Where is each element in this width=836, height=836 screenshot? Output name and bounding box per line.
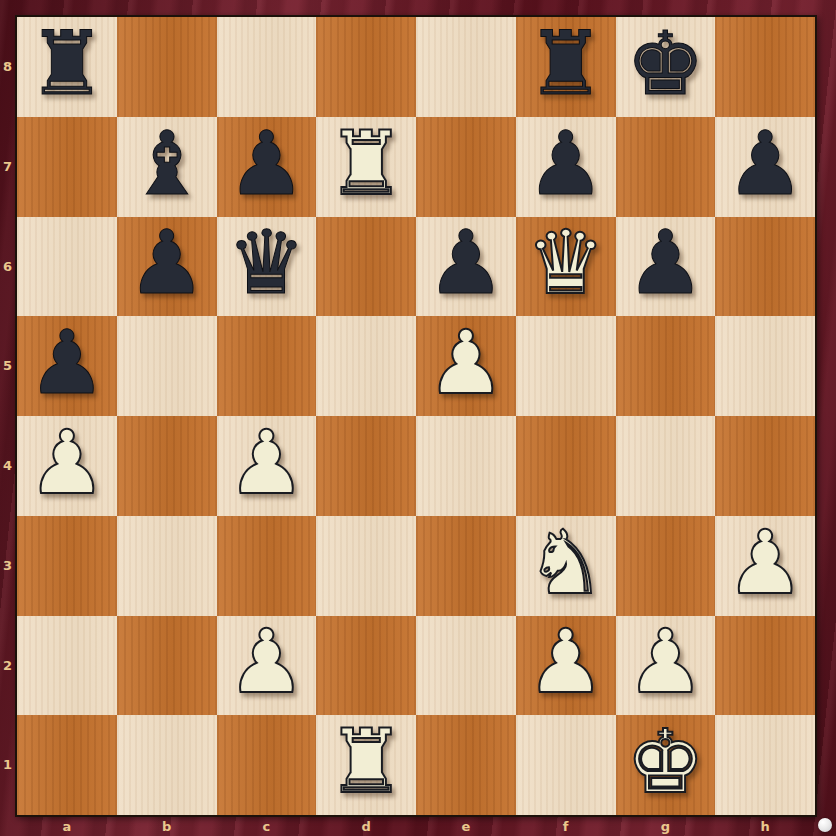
- black-bishop[interactable]: ♝: [127, 120, 206, 208]
- rank-label-1: 1: [0, 715, 15, 815]
- square-c3[interactable]: [217, 516, 317, 616]
- square-h1[interactable]: [715, 715, 815, 815]
- square-e7[interactable]: [416, 117, 516, 217]
- white-pawn[interactable]: ♟: [726, 519, 805, 607]
- black-pawn[interactable]: ♟: [27, 319, 106, 407]
- square-f1[interactable]: [516, 715, 616, 815]
- white-pawn[interactable]: ♟: [526, 618, 605, 706]
- square-g2[interactable]: ♟: [616, 616, 716, 716]
- square-a2[interactable]: [17, 616, 117, 716]
- square-d8[interactable]: [316, 17, 416, 117]
- square-c1[interactable]: [217, 715, 317, 815]
- white-pawn[interactable]: ♟: [227, 618, 306, 706]
- black-king[interactable]: ♚: [626, 20, 705, 108]
- square-g4[interactable]: [616, 416, 716, 516]
- square-a5[interactable]: ♟: [17, 316, 117, 416]
- square-b3[interactable]: [117, 516, 217, 616]
- file-label-c: c: [217, 817, 317, 836]
- square-f3[interactable]: ♞: [516, 516, 616, 616]
- square-f4[interactable]: [516, 416, 616, 516]
- square-a7[interactable]: [17, 117, 117, 217]
- white-king[interactable]: ♚: [626, 718, 705, 806]
- square-c4[interactable]: ♟: [217, 416, 317, 516]
- square-g1[interactable]: ♚: [616, 715, 716, 815]
- rank-label-2: 2: [0, 616, 15, 716]
- black-queen[interactable]: ♛: [227, 219, 306, 307]
- square-e3[interactable]: [416, 516, 516, 616]
- white-rook[interactable]: ♜: [327, 718, 406, 806]
- black-pawn[interactable]: ♟: [626, 219, 705, 307]
- rank-label-6: 6: [0, 217, 15, 317]
- square-c7[interactable]: ♟: [217, 117, 317, 217]
- square-c5[interactable]: [217, 316, 317, 416]
- square-h8[interactable]: [715, 17, 815, 117]
- square-b7[interactable]: ♝: [117, 117, 217, 217]
- square-g6[interactable]: ♟: [616, 217, 716, 317]
- square-h7[interactable]: ♟: [715, 117, 815, 217]
- square-g3[interactable]: [616, 516, 716, 616]
- square-b8[interactable]: [117, 17, 217, 117]
- square-a1[interactable]: [17, 715, 117, 815]
- square-e5[interactable]: ♟: [416, 316, 516, 416]
- file-label-h: h: [715, 817, 815, 836]
- black-rook[interactable]: ♜: [27, 20, 106, 108]
- square-f5[interactable]: [516, 316, 616, 416]
- square-d2[interactable]: [316, 616, 416, 716]
- file-label-a: a: [17, 817, 117, 836]
- square-b2[interactable]: [117, 616, 217, 716]
- rank-label-3: 3: [0, 516, 15, 616]
- chess-board[interactable]: ♜♜♚♝♟♜♟♟♟♛♟♛♟♟♟♟♟♞♟♟♟♟♜♚: [15, 15, 817, 817]
- rank-label-8: 8: [0, 17, 15, 117]
- white-pawn[interactable]: ♟: [626, 618, 705, 706]
- square-e2[interactable]: [416, 616, 516, 716]
- black-rook[interactable]: ♜: [526, 20, 605, 108]
- white-pawn[interactable]: ♟: [426, 319, 505, 407]
- square-f8[interactable]: ♜: [516, 17, 616, 117]
- square-a6[interactable]: [17, 217, 117, 317]
- black-pawn[interactable]: ♟: [127, 219, 206, 307]
- square-h2[interactable]: [715, 616, 815, 716]
- square-a3[interactable]: [17, 516, 117, 616]
- rank-label-4: 4: [0, 416, 15, 516]
- file-label-e: e: [416, 817, 516, 836]
- square-f6[interactable]: ♛: [516, 217, 616, 317]
- square-a4[interactable]: ♟: [17, 416, 117, 516]
- square-h4[interactable]: [715, 416, 815, 516]
- square-g8[interactable]: ♚: [616, 17, 716, 117]
- square-f2[interactable]: ♟: [516, 616, 616, 716]
- black-pawn[interactable]: ♟: [426, 219, 505, 307]
- square-c8[interactable]: [217, 17, 317, 117]
- white-rook[interactable]: ♜: [327, 120, 406, 208]
- square-d7[interactable]: ♜: [316, 117, 416, 217]
- square-b4[interactable]: [117, 416, 217, 516]
- black-pawn[interactable]: ♟: [227, 120, 306, 208]
- square-f7[interactable]: ♟: [516, 117, 616, 217]
- file-label-d: d: [316, 817, 416, 836]
- square-h3[interactable]: ♟: [715, 516, 815, 616]
- file-label-b: b: [117, 817, 217, 836]
- black-pawn[interactable]: ♟: [726, 120, 805, 208]
- rank-label-5: 5: [0, 316, 15, 416]
- square-g7[interactable]: [616, 117, 716, 217]
- file-label-g: g: [616, 817, 716, 836]
- board-frame: ♜♜♚♝♟♜♟♟♟♛♟♛♟♟♟♟♟♞♟♟♟♟♜♚ 87654321 abcdef…: [0, 0, 836, 836]
- square-b1[interactable]: [117, 715, 217, 815]
- file-label-f: f: [516, 817, 616, 836]
- square-b5[interactable]: [117, 316, 217, 416]
- square-e6[interactable]: ♟: [416, 217, 516, 317]
- white-queen[interactable]: ♛: [526, 219, 605, 307]
- square-e1[interactable]: [416, 715, 516, 815]
- white-to-move-indicator: [818, 818, 832, 832]
- square-b6[interactable]: ♟: [117, 217, 217, 317]
- square-g5[interactable]: [616, 316, 716, 416]
- white-pawn[interactable]: ♟: [227, 419, 306, 507]
- square-e4[interactable]: [416, 416, 516, 516]
- white-knight[interactable]: ♞: [526, 519, 605, 607]
- square-d1[interactable]: ♜: [316, 715, 416, 815]
- square-h6[interactable]: [715, 217, 815, 317]
- square-c2[interactable]: ♟: [217, 616, 317, 716]
- square-a8[interactable]: ♜: [17, 17, 117, 117]
- white-pawn[interactable]: ♟: [27, 419, 106, 507]
- square-h5[interactable]: [715, 316, 815, 416]
- square-c6[interactable]: ♛: [217, 217, 317, 317]
- square-d5[interactable]: [316, 316, 416, 416]
- square-d3[interactable]: [316, 516, 416, 616]
- square-e8[interactable]: [416, 17, 516, 117]
- square-d6[interactable]: [316, 217, 416, 317]
- black-pawn[interactable]: ♟: [526, 120, 605, 208]
- square-d4[interactable]: [316, 416, 416, 516]
- rank-label-7: 7: [0, 117, 15, 217]
